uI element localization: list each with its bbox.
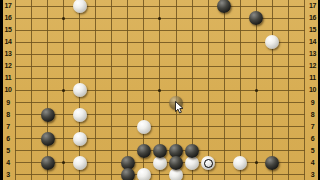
grid-horizontal-line	[15, 66, 305, 67]
grid-horizontal-line	[15, 126, 305, 127]
white-stone-M4	[185, 156, 199, 170]
row-label-right: 15	[307, 26, 318, 34]
white-stone-E8	[73, 108, 87, 122]
row-label-left: 15	[3, 26, 14, 34]
go-app-window: 1717161615151414131312121111101099887766…	[0, 0, 320, 180]
go-board[interactable]: 1717161615151414131312121111101099887766…	[3, 0, 319, 180]
row-label-left: 5	[3, 147, 14, 155]
row-label-left: 3	[3, 171, 14, 179]
row-label-right: 11	[307, 74, 318, 82]
row-label-right: 16	[307, 14, 318, 22]
row-label-left: 13	[3, 50, 14, 58]
white-stone-J3	[137, 168, 151, 180]
white-stone-R14	[265, 35, 279, 49]
row-label-left: 9	[3, 99, 14, 107]
grid-horizontal-line	[15, 42, 305, 43]
black-stone-O17	[217, 0, 231, 13]
row-label-right: 9	[307, 99, 318, 107]
grid-horizontal-line	[15, 30, 305, 31]
star-point	[62, 17, 65, 20]
black-stone-R4	[265, 156, 279, 170]
white-stone-E6	[73, 132, 87, 146]
black-stone-Q16	[249, 11, 263, 25]
row-label-right: 13	[307, 50, 318, 58]
black-stone-C6	[41, 132, 55, 146]
white-stone-E10	[73, 83, 87, 97]
black-stone-J5	[137, 144, 151, 158]
star-point	[62, 89, 65, 92]
row-label-right: 7	[307, 123, 318, 131]
grid-horizontal-line	[15, 174, 305, 175]
grid-horizontal-line	[15, 114, 305, 115]
black-stone-C8	[41, 108, 55, 122]
row-label-right: 8	[307, 111, 318, 119]
black-stone-H3	[121, 168, 135, 180]
grid-horizontal-line	[15, 138, 305, 139]
grid-horizontal-line	[15, 54, 305, 55]
row-label-left: 11	[3, 74, 14, 82]
row-label-right: 10	[307, 86, 318, 94]
white-stone-J7	[137, 120, 151, 134]
row-label-left: 16	[3, 14, 14, 22]
row-label-right: 14	[307, 38, 318, 46]
white-stone-E17	[73, 0, 87, 13]
star-point	[255, 89, 258, 92]
black-stone-L4	[169, 156, 183, 170]
row-label-left: 10	[3, 86, 14, 94]
white-stone-P4	[233, 156, 247, 170]
row-label-right: 17	[307, 2, 318, 10]
star-point	[158, 89, 161, 92]
grid-horizontal-line	[15, 102, 305, 103]
row-label-right: 3	[307, 171, 318, 179]
grid-horizontal-line	[15, 78, 305, 79]
row-label-left: 14	[3, 38, 14, 46]
white-stone-E4	[73, 156, 87, 170]
star-point	[62, 161, 65, 164]
row-label-left: 4	[3, 159, 14, 167]
row-label-left: 7	[3, 123, 14, 131]
black-stone-K5	[153, 144, 167, 158]
grid-horizontal-line	[15, 6, 305, 7]
row-label-right: 5	[307, 147, 318, 155]
row-label-right: 12	[307, 62, 318, 70]
row-label-right: 4	[307, 159, 318, 167]
white-stone-N4	[201, 156, 215, 170]
row-label-left: 12	[3, 62, 14, 70]
hover-preview-stone	[169, 96, 183, 110]
row-label-left: 8	[3, 111, 14, 119]
row-label-left: 6	[3, 135, 14, 143]
black-stone-C4	[41, 156, 55, 170]
white-stone-K4	[153, 156, 167, 170]
last-move-circle-marker	[204, 159, 214, 169]
row-label-right: 6	[307, 135, 318, 143]
row-label-left: 17	[3, 2, 14, 10]
star-point	[255, 161, 258, 164]
black-stone-M5	[185, 144, 199, 158]
